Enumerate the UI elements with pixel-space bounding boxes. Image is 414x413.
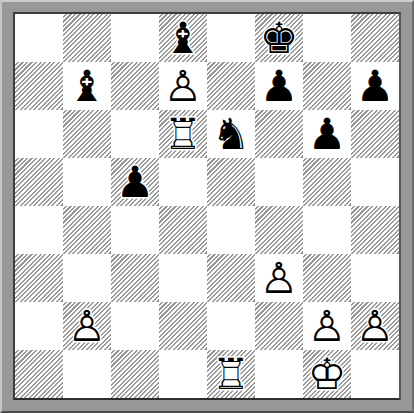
piece-white-pawn[interactable]: ♟♙: [351, 302, 399, 350]
square-a1[interactable]: [15, 350, 63, 398]
square-d2[interactable]: [159, 302, 207, 350]
square-e2[interactable]: [207, 302, 255, 350]
square-f6[interactable]: [255, 110, 303, 158]
square-a5[interactable]: [15, 158, 63, 206]
square-a3[interactable]: [15, 254, 63, 302]
piece-white-pawn[interactable]: ♟♙: [255, 254, 303, 302]
square-c8[interactable]: [111, 14, 159, 62]
square-a8[interactable]: [15, 14, 63, 62]
square-g4[interactable]: [303, 206, 351, 254]
square-h6[interactable]: [351, 110, 399, 158]
piece-black-bishop[interactable]: ♝♝: [63, 62, 111, 110]
white-pawn-icon: ♙: [159, 62, 207, 110]
square-e3[interactable]: [207, 254, 255, 302]
square-e1[interactable]: ♜♖: [207, 350, 255, 398]
square-f7[interactable]: ♟♟: [255, 62, 303, 110]
square-c2[interactable]: [111, 302, 159, 350]
square-g7[interactable]: [303, 62, 351, 110]
square-g5[interactable]: [303, 158, 351, 206]
black-pawn-icon: ♟: [111, 158, 159, 206]
square-h7[interactable]: ♟♟: [351, 62, 399, 110]
board-frame: ♝♝♚♚♝♝♟♙♟♟♟♟♜♖♞♞♟♟♟♟♟♙♟♙♟♙♟♙♜♖♚♔: [0, 0, 414, 413]
square-c5[interactable]: ♟♟: [111, 158, 159, 206]
square-e8[interactable]: [207, 14, 255, 62]
square-c4[interactable]: [111, 206, 159, 254]
black-knight-icon: ♞: [207, 110, 255, 158]
black-pawn-icon: ♟: [351, 62, 399, 110]
square-b5[interactable]: [63, 158, 111, 206]
piece-black-bishop[interactable]: ♝♝: [159, 14, 207, 62]
square-f4[interactable]: [255, 206, 303, 254]
square-c7[interactable]: [111, 62, 159, 110]
square-g2[interactable]: ♟♙: [303, 302, 351, 350]
black-pawn-icon: ♟: [303, 110, 351, 158]
black-bishop-icon: ♝: [63, 62, 111, 110]
square-h5[interactable]: [351, 158, 399, 206]
black-king-icon: ♚: [255, 14, 303, 62]
square-f5[interactable]: [255, 158, 303, 206]
white-rook-icon: ♖: [159, 110, 207, 158]
square-f8[interactable]: ♚♚: [255, 14, 303, 62]
square-d7[interactable]: ♟♙: [159, 62, 207, 110]
square-f2[interactable]: [255, 302, 303, 350]
square-b1[interactable]: [63, 350, 111, 398]
square-a7[interactable]: [15, 62, 63, 110]
piece-black-pawn[interactable]: ♟♟: [303, 110, 351, 158]
piece-white-pawn[interactable]: ♟♙: [63, 302, 111, 350]
white-pawn-icon: ♙: [255, 254, 303, 302]
square-h8[interactable]: [351, 14, 399, 62]
square-h3[interactable]: [351, 254, 399, 302]
white-pawn-icon: ♙: [303, 302, 351, 350]
square-h4[interactable]: [351, 206, 399, 254]
square-b4[interactable]: [63, 206, 111, 254]
square-h2[interactable]: ♟♙: [351, 302, 399, 350]
square-d6[interactable]: ♜♖: [159, 110, 207, 158]
square-e6[interactable]: ♞♞: [207, 110, 255, 158]
piece-black-king[interactable]: ♚♚: [255, 14, 303, 62]
piece-white-king[interactable]: ♚♔: [303, 350, 351, 398]
square-e7[interactable]: [207, 62, 255, 110]
white-rook-icon: ♖: [207, 350, 255, 398]
square-d5[interactable]: [159, 158, 207, 206]
square-c1[interactable]: [111, 350, 159, 398]
square-g3[interactable]: [303, 254, 351, 302]
square-g8[interactable]: [303, 14, 351, 62]
piece-black-pawn[interactable]: ♟♟: [255, 62, 303, 110]
white-pawn-icon: ♙: [63, 302, 111, 350]
square-e5[interactable]: [207, 158, 255, 206]
square-h1[interactable]: [351, 350, 399, 398]
square-d4[interactable]: [159, 206, 207, 254]
square-e4[interactable]: [207, 206, 255, 254]
piece-black-pawn[interactable]: ♟♟: [111, 158, 159, 206]
black-pawn-icon: ♟: [255, 62, 303, 110]
piece-white-pawn[interactable]: ♟♙: [159, 62, 207, 110]
square-b6[interactable]: [63, 110, 111, 158]
white-pawn-icon: ♙: [351, 302, 399, 350]
square-f1[interactable]: [255, 350, 303, 398]
piece-white-rook[interactable]: ♜♖: [159, 110, 207, 158]
square-a6[interactable]: [15, 110, 63, 158]
chess-board: ♝♝♚♚♝♝♟♙♟♟♟♟♜♖♞♞♟♟♟♟♟♙♟♙♟♙♟♙♜♖♚♔: [13, 12, 401, 400]
square-b2[interactable]: ♟♙: [63, 302, 111, 350]
piece-black-pawn[interactable]: ♟♟: [351, 62, 399, 110]
square-c3[interactable]: [111, 254, 159, 302]
square-g6[interactable]: ♟♟: [303, 110, 351, 158]
square-f3[interactable]: ♟♙: [255, 254, 303, 302]
piece-white-pawn[interactable]: ♟♙: [303, 302, 351, 350]
square-b8[interactable]: [63, 14, 111, 62]
piece-white-rook[interactable]: ♜♖: [207, 350, 255, 398]
square-d1[interactable]: [159, 350, 207, 398]
black-bishop-icon: ♝: [159, 14, 207, 62]
square-b3[interactable]: [63, 254, 111, 302]
square-a4[interactable]: [15, 206, 63, 254]
square-d3[interactable]: [159, 254, 207, 302]
square-d8[interactable]: ♝♝: [159, 14, 207, 62]
square-c6[interactable]: [111, 110, 159, 158]
square-g1[interactable]: ♚♔: [303, 350, 351, 398]
square-b7[interactable]: ♝♝: [63, 62, 111, 110]
square-a2[interactable]: [15, 302, 63, 350]
piece-black-knight[interactable]: ♞♞: [207, 110, 255, 158]
white-king-icon: ♔: [303, 350, 351, 398]
